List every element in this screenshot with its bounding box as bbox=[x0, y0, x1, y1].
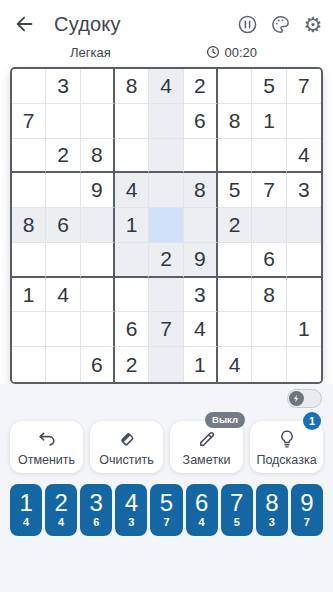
cell-r3c6[interactable] bbox=[184, 139, 218, 174]
eraser-icon bbox=[116, 428, 138, 450]
back-button[interactable] bbox=[13, 12, 37, 36]
notes-off-badge: Выкл bbox=[205, 412, 245, 428]
cell-r2c2[interactable] bbox=[46, 104, 80, 139]
hint-button[interactable]: 1 Подсказка bbox=[250, 421, 323, 473]
cell-r1c6[interactable]: 2 bbox=[184, 69, 218, 104]
page-title: Судоку bbox=[54, 13, 121, 36]
cell-r8c9[interactable]: 1 bbox=[287, 312, 321, 347]
numpad-1[interactable]: 14 bbox=[10, 484, 42, 536]
erase-label: Очистить bbox=[99, 453, 153, 467]
cell-r7c4[interactable] bbox=[115, 278, 149, 313]
numpad-3[interactable]: 36 bbox=[80, 484, 112, 536]
cell-r5c6[interactable] bbox=[184, 208, 218, 243]
erase-button[interactable]: Очистить bbox=[90, 421, 163, 473]
cell-r7c1[interactable]: 1 bbox=[12, 278, 46, 313]
cell-r5c9[interactable] bbox=[287, 208, 321, 243]
cell-r1c7[interactable] bbox=[218, 69, 252, 104]
cell-r8c3[interactable] bbox=[81, 312, 115, 347]
numpad: 142436435764758397 bbox=[10, 484, 323, 536]
cell-r7c6[interactable]: 3 bbox=[184, 278, 218, 313]
pause-button[interactable] bbox=[236, 13, 258, 35]
fast-input-toggle[interactable] bbox=[287, 389, 322, 408]
cell-r8c8[interactable] bbox=[252, 312, 286, 347]
cell-r6c7[interactable] bbox=[218, 243, 252, 278]
cell-r7c2[interactable]: 4 bbox=[46, 278, 80, 313]
hint-count-badge: 1 bbox=[303, 412, 321, 430]
cell-r2c5[interactable] bbox=[149, 104, 183, 139]
theme-button[interactable] bbox=[269, 13, 291, 35]
header: Судоку ⚙ bbox=[0, 0, 333, 38]
cell-r5c2[interactable]: 6 bbox=[46, 208, 80, 243]
cell-r1c4[interactable]: 8 bbox=[115, 69, 149, 104]
cell-r1c8[interactable]: 5 bbox=[252, 69, 286, 104]
cell-r8c1[interactable] bbox=[12, 312, 46, 347]
timer-value: 00:20 bbox=[224, 45, 257, 60]
cell-r4c2[interactable] bbox=[46, 173, 80, 208]
cell-r8c4[interactable]: 6 bbox=[115, 312, 149, 347]
cell-r2c8[interactable]: 1 bbox=[252, 104, 286, 139]
cell-r5c1[interactable]: 8 bbox=[12, 208, 46, 243]
pencil-icon bbox=[196, 428, 218, 450]
settings-button[interactable]: ⚙ bbox=[302, 13, 324, 35]
cell-r4c5[interactable] bbox=[149, 173, 183, 208]
cell-r1c2[interactable]: 3 bbox=[46, 69, 80, 104]
cell-r6c5[interactable]: 2 bbox=[149, 243, 183, 278]
cell-r8c5[interactable]: 7 bbox=[149, 312, 183, 347]
cell-r6c3[interactable] bbox=[81, 243, 115, 278]
difficulty-label: Легкая bbox=[70, 45, 111, 60]
cell-r5c4[interactable]: 1 bbox=[115, 208, 149, 243]
numpad-5[interactable]: 57 bbox=[150, 484, 182, 536]
cell-r4c3[interactable]: 9 bbox=[81, 173, 115, 208]
cell-r3c9[interactable]: 4 bbox=[287, 139, 321, 174]
timer: 00:20 bbox=[206, 45, 257, 60]
cell-r7c3[interactable] bbox=[81, 278, 115, 313]
settings-gear-icon: ⚙ bbox=[304, 14, 323, 35]
cell-r6c9[interactable] bbox=[287, 243, 321, 278]
numpad-2[interactable]: 24 bbox=[45, 484, 77, 536]
cell-r9c9[interactable] bbox=[287, 347, 321, 382]
cell-r7c7[interactable] bbox=[218, 278, 252, 313]
cell-r5c7[interactable]: 2 bbox=[218, 208, 252, 243]
cell-r2c9[interactable] bbox=[287, 104, 321, 139]
toolbar: Отменить Очистить Выкл bbox=[10, 421, 323, 473]
cell-r1c1[interactable] bbox=[12, 69, 46, 104]
cell-r4c8[interactable]: 7 bbox=[252, 173, 286, 208]
cell-r6c4[interactable] bbox=[115, 243, 149, 278]
cell-r7c5[interactable] bbox=[149, 278, 183, 313]
cell-r6c8[interactable]: 6 bbox=[252, 243, 286, 278]
cell-r9c1[interactable] bbox=[12, 347, 46, 382]
hint-label: Подсказка bbox=[256, 453, 316, 467]
cell-r3c8[interactable] bbox=[252, 139, 286, 174]
cell-r1c9[interactable]: 7 bbox=[287, 69, 321, 104]
cell-r6c2[interactable] bbox=[46, 243, 80, 278]
board-wrap: 38425776812849485738612296143867416214 bbox=[0, 61, 333, 384]
cell-r3c3[interactable]: 8 bbox=[81, 139, 115, 174]
lightning-icon bbox=[292, 394, 301, 403]
cell-r2c4[interactable] bbox=[115, 104, 149, 139]
numpad-9[interactable]: 97 bbox=[291, 484, 323, 536]
cell-r4c9[interactable]: 3 bbox=[287, 173, 321, 208]
cell-r4c6[interactable]: 8 bbox=[184, 173, 218, 208]
sudoku-board: 38425776812849485738612296143867416214 bbox=[10, 67, 323, 384]
cell-r1c3[interactable] bbox=[81, 69, 115, 104]
undo-icon bbox=[36, 428, 58, 450]
toggle-knob bbox=[289, 391, 304, 406]
cell-r3c5[interactable] bbox=[149, 139, 183, 174]
notes-button[interactable]: Выкл Заметки bbox=[170, 421, 243, 473]
cell-r3c7[interactable] bbox=[218, 139, 252, 174]
cell-r8c2[interactable] bbox=[46, 312, 80, 347]
pause-icon bbox=[237, 14, 258, 35]
cell-r3c2[interactable]: 2 bbox=[46, 139, 80, 174]
cell-r6c1[interactable] bbox=[12, 243, 46, 278]
cell-r9c2[interactable] bbox=[46, 347, 80, 382]
cell-r8c6[interactable]: 4 bbox=[184, 312, 218, 347]
cell-r6c6[interactable]: 9 bbox=[184, 243, 218, 278]
numpad-6[interactable]: 64 bbox=[186, 484, 218, 536]
cell-r3c4[interactable] bbox=[115, 139, 149, 174]
cell-r2c7[interactable]: 8 bbox=[218, 104, 252, 139]
clock-icon bbox=[206, 45, 220, 59]
cell-r2c3[interactable] bbox=[81, 104, 115, 139]
cell-r9c4[interactable]: 2 bbox=[115, 347, 149, 382]
undo-button[interactable]: Отменить bbox=[10, 421, 83, 473]
undo-label: Отменить bbox=[18, 453, 75, 467]
cell-r4c7[interactable]: 5 bbox=[218, 173, 252, 208]
numpad-4[interactable]: 43 bbox=[115, 484, 147, 536]
cell-r4c1[interactable] bbox=[12, 173, 46, 208]
cell-r2c1[interactable]: 7 bbox=[12, 104, 46, 139]
cell-r7c8[interactable]: 8 bbox=[252, 278, 286, 313]
sudoku-app: Судоку ⚙ Легкая bbox=[0, 0, 333, 592]
status-row: Легкая 00:20 bbox=[0, 43, 333, 61]
cell-r4c4[interactable]: 4 bbox=[115, 173, 149, 208]
cell-r9c5[interactable] bbox=[149, 347, 183, 382]
cell-r5c5[interactable] bbox=[149, 208, 183, 243]
notes-label: Заметки bbox=[183, 453, 231, 467]
bottom-panel: Отменить Очистить Выкл bbox=[0, 384, 333, 592]
cell-r5c3[interactable] bbox=[81, 208, 115, 243]
cell-r9c7[interactable]: 4 bbox=[218, 347, 252, 382]
numpad-8[interactable]: 83 bbox=[256, 484, 288, 536]
cell-r5c8[interactable] bbox=[252, 208, 286, 243]
numpad-7[interactable]: 75 bbox=[221, 484, 253, 536]
back-arrow-icon bbox=[14, 13, 36, 35]
cell-r7c9[interactable] bbox=[287, 278, 321, 313]
cell-r9c3[interactable]: 6 bbox=[81, 347, 115, 382]
cell-r1c5[interactable]: 4 bbox=[149, 69, 183, 104]
cell-r3c1[interactable] bbox=[12, 139, 46, 174]
cell-r9c8[interactable] bbox=[252, 347, 286, 382]
lightbulb-icon bbox=[276, 428, 298, 450]
cell-r2c6[interactable]: 6 bbox=[184, 104, 218, 139]
cell-r8c7[interactable] bbox=[218, 312, 252, 347]
cell-r9c6[interactable]: 1 bbox=[184, 347, 218, 382]
palette-icon bbox=[270, 14, 291, 35]
